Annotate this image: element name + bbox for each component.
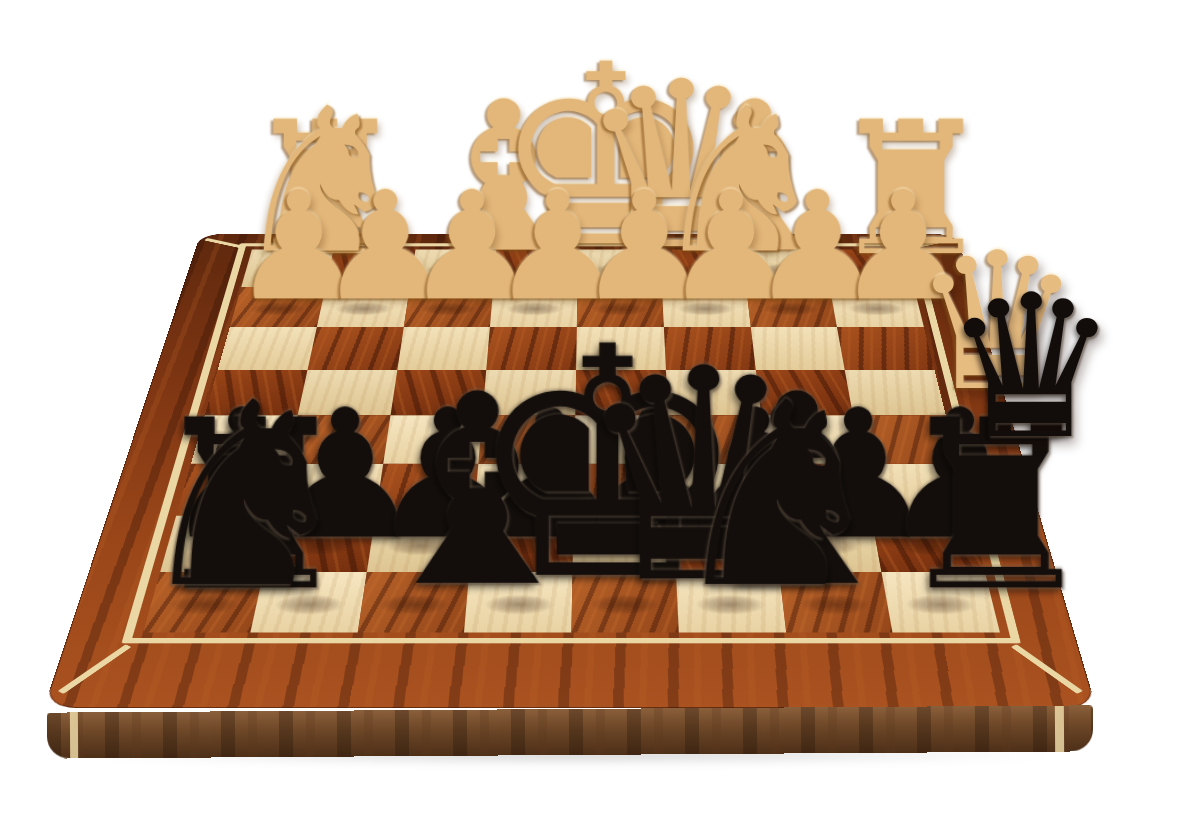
square-c1: ♝ xyxy=(660,250,746,288)
square-h4 xyxy=(205,370,308,415)
square-d8: ♛ xyxy=(571,572,678,632)
square-d4 xyxy=(575,370,668,415)
square-h2: ♟ xyxy=(230,287,325,327)
piece-contact-shadow xyxy=(166,594,241,615)
square-b8: ♞ xyxy=(779,572,893,632)
square-d3 xyxy=(576,327,666,370)
piece-contact-shadow xyxy=(792,537,862,556)
square-b4 xyxy=(755,370,853,415)
piece-contact-shadow xyxy=(590,594,660,615)
square-e4 xyxy=(483,370,576,415)
square-b3 xyxy=(750,327,845,370)
square-d5 xyxy=(574,415,670,464)
piece-contact-shadow xyxy=(258,264,316,277)
square-f3 xyxy=(397,327,490,370)
square-f4 xyxy=(390,370,486,415)
piece-contact-shadow xyxy=(506,302,563,316)
square-a4 xyxy=(845,370,946,415)
square-c4 xyxy=(666,370,761,415)
corner-inlay-strip xyxy=(204,238,244,248)
white-knight-g1: ♞ xyxy=(326,82,410,282)
piece-contact-shadow xyxy=(691,537,759,556)
square-c2: ♟ xyxy=(662,287,751,327)
piece-contact-shadow xyxy=(590,537,657,556)
square-b5 xyxy=(761,415,862,464)
square-g8: ♞ xyxy=(250,572,366,632)
white-rook-h1: ♜ xyxy=(243,98,327,282)
piece-contact-shadow xyxy=(509,264,564,277)
square-h8: ♜ xyxy=(143,572,263,632)
piece-contact-shadow xyxy=(386,537,455,556)
square-c3 xyxy=(664,327,756,370)
piece-contact-shadow xyxy=(892,537,963,556)
square-f2: ♟ xyxy=(403,287,493,327)
square-d6 xyxy=(574,464,673,516)
piece-contact-shadow xyxy=(378,594,450,615)
square-a2: ♟ xyxy=(830,287,924,327)
corner-inlay-strip xyxy=(58,644,132,694)
square-a8: ♜ xyxy=(882,572,1000,632)
piece-contact-shadow xyxy=(904,594,978,615)
piece-contact-shadow xyxy=(425,264,481,277)
square-c5 xyxy=(668,415,766,464)
piece-contact-shadow xyxy=(757,264,814,277)
square-f1: ♝ xyxy=(409,250,496,288)
square-g1: ♞ xyxy=(325,250,415,288)
square-g6 xyxy=(275,464,382,516)
square-d1: ♛ xyxy=(578,250,662,288)
white-rook-a1: ♜ xyxy=(829,98,913,282)
piece-contact-shadow xyxy=(272,594,345,615)
square-e3 xyxy=(487,327,577,370)
square-h1: ♜ xyxy=(241,250,333,288)
white-knight-b1: ♞ xyxy=(745,82,829,282)
square-e5 xyxy=(479,415,576,464)
piece-contact-shadow xyxy=(762,302,820,316)
square-g7: ♟ xyxy=(263,516,375,572)
piece-contact-shadow xyxy=(847,302,906,316)
piece-contact-shadow xyxy=(840,264,898,277)
piece-contact-shadow xyxy=(592,264,647,277)
piece-contact-shadow xyxy=(675,264,731,277)
piece-contact-shadow xyxy=(342,264,399,277)
square-e7: ♟ xyxy=(469,516,573,572)
square-h5 xyxy=(191,415,297,464)
piece-contact-shadow xyxy=(484,594,555,615)
white-bishop-f1: ♝ xyxy=(410,75,494,282)
square-a7: ♟ xyxy=(872,516,985,572)
square-a6 xyxy=(862,464,971,516)
square-e8: ♚ xyxy=(464,572,572,632)
square-g4 xyxy=(297,370,396,415)
square-a5 xyxy=(853,415,958,464)
square-h7: ♟ xyxy=(160,516,275,572)
piece-contact-shadow xyxy=(248,302,308,316)
piece-contact-shadow xyxy=(284,537,354,556)
piece-contact-shadow xyxy=(592,302,649,316)
square-c6 xyxy=(670,464,772,516)
square-f7: ♟ xyxy=(366,516,474,572)
square-e1: ♚ xyxy=(493,250,578,288)
square-c8: ♝ xyxy=(676,572,786,632)
square-a3 xyxy=(837,327,934,370)
square-c7: ♟ xyxy=(673,516,779,572)
square-f8: ♝ xyxy=(357,572,469,632)
square-b1: ♞ xyxy=(741,250,829,288)
piece-contact-shadow xyxy=(694,594,765,615)
corner-inlay-strip xyxy=(912,238,953,248)
square-h6 xyxy=(176,464,287,516)
square-g3 xyxy=(307,327,403,370)
chess-board: ♜♞♝♚♛♝♞♜♟♟♟♟♟♟♟♟♟♟♟♟♟♟♟♟♜♞♝♚♛♝♞♜ xyxy=(44,234,1097,708)
square-h3 xyxy=(218,327,317,370)
square-d7: ♟ xyxy=(573,516,676,572)
piece-contact-shadow xyxy=(677,302,735,316)
square-b2: ♟ xyxy=(746,287,837,327)
square-g5 xyxy=(287,415,390,464)
square-f6 xyxy=(375,464,479,516)
square-g2: ♟ xyxy=(317,287,410,327)
square-b6 xyxy=(766,464,871,516)
piece-contact-shadow xyxy=(334,302,393,316)
square-e2: ♟ xyxy=(490,287,577,327)
board-frame: ♜♞♝♚♛♝♞♜♟♟♟♟♟♟♟♟♟♟♟♟♟♟♟♟♜♞♝♚♛♝♞♜ xyxy=(44,234,1097,708)
square-e6 xyxy=(474,464,574,516)
black-queen-d8: ♛ xyxy=(572,331,679,624)
white-bishop-c1: ♝ xyxy=(661,75,745,282)
piece-contact-shadow xyxy=(182,537,254,556)
board-front-edge xyxy=(47,705,1093,758)
square-a1: ♜ xyxy=(823,250,914,288)
chess-set-photo: ♜♞♝♚♛♝♞♜♟♟♟♟♟♟♟♟♟♟♟♟♟♟♟♟♜♞♝♚♛♝♞♜ ♛ ♛ xyxy=(0,0,1200,816)
piece-contact-shadow xyxy=(420,302,478,316)
piece-contact-shadow xyxy=(799,594,872,615)
square-d2: ♟ xyxy=(577,287,664,327)
square-f5 xyxy=(383,415,483,464)
corner-inlay-strip xyxy=(1011,644,1083,694)
piece-contact-shadow xyxy=(488,537,556,556)
board-grid: ♜♞♝♚♛♝♞♜♟♟♟♟♟♟♟♟♟♟♟♟♟♟♟♟♜♞♝♚♛♝♞♜ xyxy=(143,250,1000,633)
square-b7: ♟ xyxy=(772,516,882,572)
